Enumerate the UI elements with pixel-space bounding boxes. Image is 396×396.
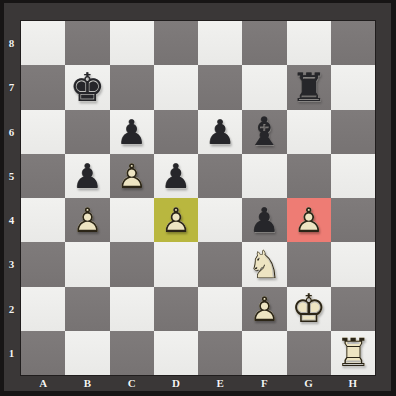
rank-label-1: 1 <box>3 331 20 375</box>
square-g2[interactable]: ♚♔ <box>287 287 331 331</box>
square-g7[interactable]: ♜ <box>287 65 331 109</box>
square-d6[interactable] <box>154 110 198 154</box>
piece-white-pawn[interactable]: ♟♙ <box>116 159 146 193</box>
file-label-e: E <box>198 374 242 391</box>
square-h7[interactable] <box>331 65 375 109</box>
square-g4[interactable]: ♟♙ <box>287 198 331 242</box>
square-a6[interactable] <box>21 110 65 154</box>
square-a4[interactable] <box>21 198 65 242</box>
file-label-c: C <box>110 374 154 391</box>
square-b8[interactable] <box>65 21 109 65</box>
file-label-a: A <box>21 374 65 391</box>
square-h4[interactable] <box>331 198 375 242</box>
square-a8[interactable] <box>21 21 65 65</box>
square-f2[interactable]: ♟♙ <box>242 287 286 331</box>
rank-label-3: 3 <box>3 242 20 286</box>
rank-label-4: 4 <box>3 198 20 242</box>
white-pawn-outline: ♙ <box>72 203 102 237</box>
square-f6[interactable]: ♝ <box>242 110 286 154</box>
square-a3[interactable] <box>21 242 65 286</box>
square-c6[interactable]: ♟ <box>110 110 154 154</box>
piece-white-pawn[interactable]: ♟♙ <box>161 203 191 237</box>
square-e1[interactable] <box>198 331 242 375</box>
square-c7[interactable] <box>110 65 154 109</box>
rank-label-8: 8 <box>3 21 20 65</box>
square-g3[interactable] <box>287 242 331 286</box>
piece-white-rook[interactable]: ♜♖ <box>335 333 370 372</box>
black-pawn-glyph: ♟ <box>249 203 279 237</box>
square-d3[interactable] <box>154 242 198 286</box>
piece-black-rook[interactable]: ♜ <box>291 68 326 107</box>
square-f7[interactable] <box>242 65 286 109</box>
file-label-h: H <box>331 374 375 391</box>
square-b2[interactable] <box>65 287 109 331</box>
file-label-b: B <box>65 374 109 391</box>
square-a7[interactable] <box>21 65 65 109</box>
square-a5[interactable] <box>21 154 65 198</box>
piece-white-knight[interactable]: ♞♘ <box>247 245 282 284</box>
square-e8[interactable] <box>198 21 242 65</box>
rank-label-5: 5 <box>3 154 20 198</box>
square-e6[interactable]: ♟ <box>198 110 242 154</box>
rank-labels: 87654321 <box>3 21 20 375</box>
square-g6[interactable] <box>287 110 331 154</box>
square-f8[interactable] <box>242 21 286 65</box>
piece-white-pawn[interactable]: ♟♙ <box>293 203 323 237</box>
square-g1[interactable] <box>287 331 331 375</box>
file-label-d: D <box>154 374 198 391</box>
square-a1[interactable] <box>21 331 65 375</box>
square-e2[interactable] <box>198 287 242 331</box>
piece-black-pawn[interactable]: ♟ <box>161 159 191 193</box>
square-b3[interactable] <box>65 242 109 286</box>
square-d8[interactable] <box>154 21 198 65</box>
black-king-glyph: ♚ <box>70 68 105 107</box>
square-h1[interactable]: ♜♖ <box>331 331 375 375</box>
piece-white-king[interactable]: ♚♔ <box>291 289 326 328</box>
square-g8[interactable] <box>287 21 331 65</box>
black-pawn-glyph: ♟ <box>205 115 235 149</box>
square-b5[interactable]: ♟ <box>65 154 109 198</box>
piece-black-pawn[interactable]: ♟ <box>249 203 279 237</box>
white-pawn-outline: ♙ <box>116 159 146 193</box>
square-a2[interactable] <box>21 287 65 331</box>
piece-black-pawn[interactable]: ♟ <box>116 115 146 149</box>
square-h2[interactable] <box>331 287 375 331</box>
piece-white-pawn[interactable]: ♟♙ <box>72 203 102 237</box>
file-labels: ABCDEFGH <box>21 374 375 391</box>
rank-label-6: 6 <box>3 110 20 154</box>
square-f1[interactable] <box>242 331 286 375</box>
square-c2[interactable] <box>110 287 154 331</box>
black-pawn-glyph: ♟ <box>116 115 146 149</box>
board: ♚♜♟♟♝♟♟♙♟♟♙♟♙♟♟♙♞♘♟♙♚♔♜♖ <box>21 21 375 375</box>
white-king-outline: ♔ <box>291 289 326 328</box>
piece-white-pawn[interactable]: ♟♙ <box>249 292 279 326</box>
piece-black-bishop[interactable]: ♝ <box>247 112 282 151</box>
square-f4[interactable]: ♟ <box>242 198 286 242</box>
black-rook-glyph: ♜ <box>291 68 326 107</box>
square-c3[interactable] <box>110 242 154 286</box>
square-g5[interactable] <box>287 154 331 198</box>
square-d1[interactable] <box>154 331 198 375</box>
chessboard-window: ♚♜♟♟♝♟♟♙♟♟♙♟♙♟♟♙♞♘♟♙♚♔♜♖ 87654321 ABCDEF… <box>0 0 396 396</box>
square-e4[interactable] <box>198 198 242 242</box>
square-f3[interactable]: ♞♘ <box>242 242 286 286</box>
white-pawn-outline: ♙ <box>249 292 279 326</box>
white-pawn-outline: ♙ <box>161 203 191 237</box>
square-e3[interactable] <box>198 242 242 286</box>
square-b7[interactable]: ♚ <box>65 65 109 109</box>
rank-label-2: 2 <box>3 287 20 331</box>
square-e5[interactable] <box>198 154 242 198</box>
piece-black-pawn[interactable]: ♟ <box>205 115 235 149</box>
square-c5[interactable]: ♟♙ <box>110 154 154 198</box>
piece-black-king[interactable]: ♚ <box>70 68 105 107</box>
square-b1[interactable] <box>65 331 109 375</box>
file-label-f: F <box>242 374 286 391</box>
square-d4[interactable]: ♟♙ <box>154 198 198 242</box>
file-label-g: G <box>287 374 331 391</box>
square-e7[interactable] <box>198 65 242 109</box>
square-d5[interactable]: ♟ <box>154 154 198 198</box>
black-pawn-glyph: ♟ <box>161 159 191 193</box>
square-d7[interactable] <box>154 65 198 109</box>
square-h3[interactable] <box>331 242 375 286</box>
square-h6[interactable] <box>331 110 375 154</box>
square-b6[interactable] <box>65 110 109 154</box>
black-bishop-glyph: ♝ <box>247 112 282 151</box>
square-c4[interactable] <box>110 198 154 242</box>
white-rook-outline: ♖ <box>335 333 370 372</box>
black-pawn-glyph: ♟ <box>72 159 102 193</box>
white-knight-outline: ♘ <box>247 245 282 284</box>
square-b4[interactable]: ♟♙ <box>65 198 109 242</box>
square-h8[interactable] <box>331 21 375 65</box>
square-c8[interactable] <box>110 21 154 65</box>
square-c1[interactable] <box>110 331 154 375</box>
white-pawn-outline: ♙ <box>293 203 323 237</box>
square-h5[interactable] <box>331 154 375 198</box>
piece-black-pawn[interactable]: ♟ <box>72 159 102 193</box>
rank-label-7: 7 <box>3 65 20 109</box>
square-f5[interactable] <box>242 154 286 198</box>
square-d2[interactable] <box>154 287 198 331</box>
